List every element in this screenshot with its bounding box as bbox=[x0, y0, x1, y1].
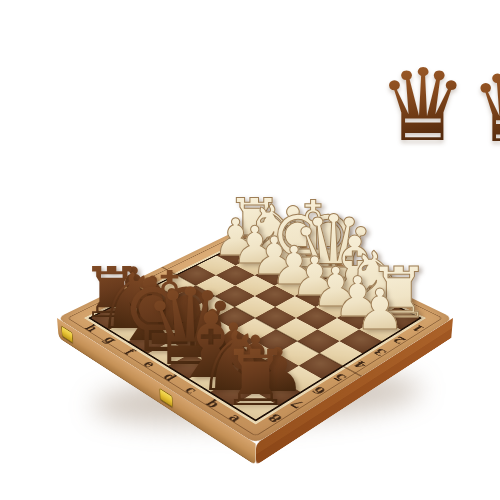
square-a4 bbox=[319, 341, 362, 366]
square-b7 bbox=[233, 366, 277, 392]
square-d5 bbox=[234, 318, 276, 341]
square-a8 bbox=[233, 392, 278, 420]
square-a7 bbox=[255, 379, 300, 406]
square-b3 bbox=[317, 318, 359, 341]
product-photo-scene: hgfedcba 12345678 ♜♟♞♟♝♟♚♟♛♟♝♟♟♞♜♟♟♜♞♟♟♝… bbox=[0, 0, 500, 500]
square-d6 bbox=[213, 329, 255, 353]
brass-latch-2 bbox=[159, 388, 172, 408]
square-c8 bbox=[189, 366, 233, 392]
square-e7 bbox=[171, 329, 213, 353]
folding-chess-box: hgfedcba 12345678 bbox=[57, 222, 453, 444]
square-f8 bbox=[129, 329, 171, 353]
square-c4 bbox=[276, 318, 318, 341]
square-e8 bbox=[148, 341, 191, 366]
square-e6 bbox=[193, 318, 235, 341]
square-g8 bbox=[110, 318, 152, 341]
square-f7 bbox=[151, 318, 193, 341]
spare-dark-queen-icon: ♛ bbox=[378, 56, 468, 156]
spare-dark-queen-icon: ♛ bbox=[470, 59, 500, 156]
square-c6 bbox=[234, 341, 277, 366]
chess-board-grid bbox=[88, 236, 422, 422]
square-a2 bbox=[359, 318, 401, 341]
rank-labels-rail: 12345678 bbox=[256, 318, 437, 430]
brass-latch-1 bbox=[61, 325, 73, 343]
spare-pieces-group: ♛♛ bbox=[378, 44, 488, 156]
square-b8 bbox=[211, 379, 256, 406]
board-frame: hgfedcba 12345678 bbox=[57, 222, 453, 444]
square-b5 bbox=[277, 341, 320, 366]
square-a6 bbox=[277, 366, 321, 392]
square-a5 bbox=[299, 353, 342, 378]
square-c7 bbox=[212, 353, 255, 378]
square-b6 bbox=[255, 353, 298, 378]
square-d7 bbox=[191, 341, 234, 366]
square-a3 bbox=[340, 329, 382, 353]
square-b4 bbox=[297, 329, 339, 353]
square-c5 bbox=[255, 329, 297, 353]
square-d8 bbox=[168, 353, 211, 378]
file-labels-rail: hgfedcba bbox=[74, 318, 256, 430]
